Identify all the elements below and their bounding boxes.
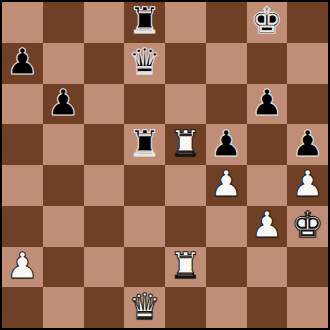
square-g5[interactable] [247, 124, 288, 165]
square-a6[interactable] [2, 84, 43, 125]
square-d5[interactable]: ♜ [124, 124, 165, 165]
square-f7[interactable] [206, 43, 247, 84]
square-c5[interactable] [84, 124, 125, 165]
white-pawn[interactable]: ♟ [210, 166, 242, 202]
square-e5[interactable]: ♜ [165, 124, 206, 165]
square-h8[interactable] [287, 2, 328, 43]
square-h5[interactable]: ♟ [287, 124, 328, 165]
square-d2[interactable] [124, 247, 165, 288]
white-pawn[interactable]: ♟ [251, 207, 283, 243]
square-g7[interactable] [247, 43, 288, 84]
square-b2[interactable] [43, 247, 84, 288]
square-d7[interactable]: ♛ [124, 43, 165, 84]
square-c6[interactable] [84, 84, 125, 125]
square-c4[interactable] [84, 165, 125, 206]
square-f5[interactable]: ♟ [206, 124, 247, 165]
square-a8[interactable] [2, 2, 43, 43]
black-pawn[interactable]: ♟ [47, 85, 79, 121]
square-b7[interactable] [43, 43, 84, 84]
square-e4[interactable] [165, 165, 206, 206]
square-g4[interactable] [247, 165, 288, 206]
white-pawn[interactable]: ♟ [6, 248, 38, 284]
black-rook[interactable]: ♜ [128, 126, 160, 162]
square-d6[interactable] [124, 84, 165, 125]
square-f2[interactable] [206, 247, 247, 288]
square-c2[interactable] [84, 247, 125, 288]
white-king[interactable]: ♚ [291, 207, 323, 243]
square-h4[interactable]: ♟ [287, 165, 328, 206]
square-f8[interactable] [206, 2, 247, 43]
square-a5[interactable] [2, 124, 43, 165]
square-c1[interactable] [84, 287, 125, 328]
black-pawn[interactable]: ♟ [6, 44, 38, 80]
square-c7[interactable] [84, 43, 125, 84]
square-d3[interactable] [124, 206, 165, 247]
black-pawn[interactable]: ♟ [251, 85, 283, 121]
white-pawn[interactable]: ♟ [291, 166, 323, 202]
square-f6[interactable] [206, 84, 247, 125]
square-c3[interactable] [84, 206, 125, 247]
square-a1[interactable] [2, 287, 43, 328]
black-pawn[interactable]: ♟ [210, 126, 242, 162]
square-g8[interactable]: ♚ [247, 2, 288, 43]
square-g3[interactable]: ♟ [247, 206, 288, 247]
square-b4[interactable] [43, 165, 84, 206]
black-rook[interactable]: ♜ [128, 3, 160, 39]
square-f4[interactable]: ♟ [206, 165, 247, 206]
square-d8[interactable]: ♜ [124, 2, 165, 43]
square-h7[interactable] [287, 43, 328, 84]
white-queen[interactable]: ♛ [128, 289, 160, 325]
square-d1[interactable]: ♛ [124, 287, 165, 328]
square-e3[interactable] [165, 206, 206, 247]
square-b1[interactable] [43, 287, 84, 328]
black-queen[interactable]: ♛ [128, 44, 160, 80]
chess-board: ♜♚♟♛♟♟♜♜♟♟♟♟♟♚♟♜♛ [2, 2, 328, 328]
square-e1[interactable] [165, 287, 206, 328]
square-h2[interactable] [287, 247, 328, 288]
square-a7[interactable]: ♟ [2, 43, 43, 84]
square-a3[interactable] [2, 206, 43, 247]
square-f3[interactable] [206, 206, 247, 247]
square-e8[interactable] [165, 2, 206, 43]
square-g2[interactable] [247, 247, 288, 288]
square-g1[interactable] [247, 287, 288, 328]
square-b5[interactable] [43, 124, 84, 165]
square-h1[interactable] [287, 287, 328, 328]
square-a2[interactable]: ♟ [2, 247, 43, 288]
square-e6[interactable] [165, 84, 206, 125]
square-e2[interactable]: ♜ [165, 247, 206, 288]
square-e7[interactable] [165, 43, 206, 84]
square-b6[interactable]: ♟ [43, 84, 84, 125]
square-d4[interactable] [124, 165, 165, 206]
black-king[interactable]: ♚ [251, 3, 283, 39]
square-c8[interactable] [84, 2, 125, 43]
square-b8[interactable] [43, 2, 84, 43]
square-h3[interactable]: ♚ [287, 206, 328, 247]
square-g6[interactable]: ♟ [247, 84, 288, 125]
white-rook[interactable]: ♜ [169, 126, 201, 162]
black-pawn[interactable]: ♟ [291, 126, 323, 162]
square-h6[interactable] [287, 84, 328, 125]
square-a4[interactable] [2, 165, 43, 206]
square-b3[interactable] [43, 206, 84, 247]
square-f1[interactable] [206, 287, 247, 328]
chess-board-frame: ♜♚♟♛♟♟♜♜♟♟♟♟♟♚♟♜♛ [0, 0, 330, 330]
white-rook[interactable]: ♜ [169, 248, 201, 284]
